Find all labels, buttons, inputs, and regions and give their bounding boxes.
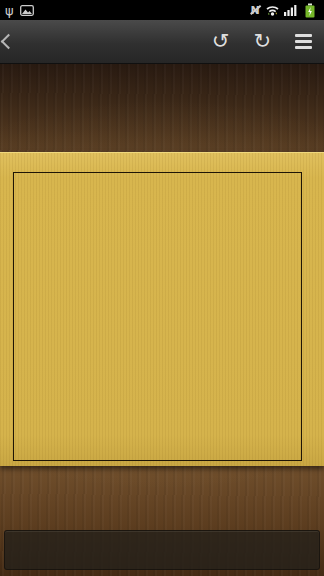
- problem-title: [0, 64, 324, 98]
- file-labels: [13, 153, 302, 172]
- explanation-button[interactable]: [4, 530, 320, 570]
- gallery-icon: [20, 5, 34, 16]
- board-grid: [13, 172, 302, 461]
- shogi-board: [0, 152, 324, 466]
- app-root: ψ N ↺: [0, 0, 324, 576]
- wifi-icon: [265, 4, 280, 17]
- signal-icon: [284, 4, 297, 16]
- redo-icon[interactable]: ↻: [253, 31, 271, 52]
- menu-icon[interactable]: [295, 34, 312, 49]
- table-background: [0, 64, 324, 576]
- usb-icon: ψ: [5, 4, 14, 17]
- nfc-off-icon: N: [249, 4, 261, 17]
- back-button[interactable]: [1, 34, 17, 50]
- status-bar: ψ N: [0, 0, 324, 20]
- gote-hand-tray: [16, 103, 324, 150]
- rank-labels: [305, 172, 322, 461]
- toolbar: ↺ ↻: [0, 20, 324, 64]
- undo-icon[interactable]: ↺: [212, 31, 230, 52]
- battery-charging-icon: [305, 3, 315, 18]
